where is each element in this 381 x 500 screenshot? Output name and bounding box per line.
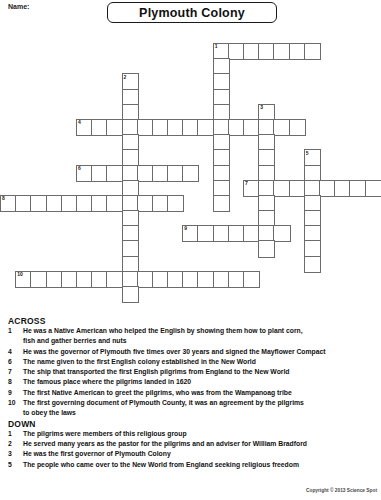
clue-text: The pilgrims were members of this religi… [23,429,380,439]
grid-cell-r3-c8[interactable] [123,90,138,105]
grid-cell-r2-c14[interactable] [214,74,229,89]
grid-cell-r6-c14[interactable] [214,135,229,150]
grid-cell-r4-c8[interactable] [123,105,138,120]
grid-cell-r1-c14[interactable] [214,59,229,74]
clue-text: The name given to the first English colo… [23,357,380,367]
grid-cell-r8-c9[interactable] [138,166,153,181]
grid-cell-r9-c8[interactable] [123,181,138,196]
down-heading: DOWN [8,419,380,429]
grid-cell-r7-c17[interactable] [259,150,274,165]
grid-cell-r10-c8[interactable] [123,196,138,211]
grid-cell-r8-c7[interactable] [107,166,122,181]
grid-cell-r15-c6[interactable] [92,272,107,287]
grid-cell-r5-c15[interactable] [229,120,244,135]
grid-cell-r10-c14[interactable] [214,196,229,211]
grid-cell-r8-c8[interactable] [123,166,138,181]
grid-cell-r10-c7[interactable] [107,196,122,211]
grid-cell-r10-c11[interactable] [168,196,183,211]
clue-number: 1 [8,429,23,439]
grid-cell-r13-c17[interactable] [259,241,274,256]
grid-cell-r13-c20[interactable] [305,241,320,256]
grid-cell-r12-c12[interactable]: 9 [183,226,198,241]
clue-number: 5 [8,460,23,470]
grid-cell-r0-c19[interactable] [290,44,305,59]
clue-number: 7 [8,367,23,377]
grid-cell-r10-c9[interactable] [138,196,153,211]
clue-text: He was the governor of Plymouth five tim… [23,347,380,357]
clue-text: He was the first governor of Plymouth Co… [23,449,380,459]
grid-cell-r14-c8[interactable] [123,257,138,272]
cell-clue-number: 8 [2,196,5,201]
cell-clue-number: 1 [215,44,218,49]
grid-cell-r15-c15[interactable] [229,272,244,287]
grid-cell-r15-c4[interactable] [62,272,77,287]
grid-cell-r5-c12[interactable] [183,120,198,135]
copyright-text: Copyright © 2013 Science Spot [306,488,377,493]
page-title: Plymouth Colony [139,6,245,20]
grid-cell-r5-c14[interactable] [214,120,229,135]
grid-cell-r0-c16[interactable] [244,44,259,59]
grid-cell-r5-c8[interactable] [123,120,138,135]
clue-across-9: 9The first Native American to greet the … [8,388,380,398]
clue-number: 2 [8,439,23,449]
grid-cell-r5-c17[interactable] [259,120,274,135]
grid-cell-r0-c15[interactable] [229,44,244,59]
grid-cell-r15-c11[interactable] [168,272,183,287]
grid-cell-r8-c6[interactable] [92,166,107,181]
cell-clue-number: 2 [124,75,127,80]
cell-clue-number: 5 [306,151,309,156]
grid-cell-r0-c17[interactable] [259,44,274,59]
cell-clue-number: 10 [17,272,23,277]
grid-cell-r15-c10[interactable] [153,272,168,287]
clue-across-7: 7The ship that transported the first Eng… [8,367,380,377]
grid-cell-r5-c16[interactable] [244,120,259,135]
clue-number: 4 [8,347,23,357]
clue-number: 10 [8,398,23,419]
grid-cell-r10-c5[interactable] [77,196,92,211]
grid-cell-r10-c0[interactable]: 8 [1,196,16,211]
across-clue-list: 1He was a Native American who helped the… [8,326,380,419]
grid-cell-r15-c7[interactable] [107,272,122,287]
down-clue-list: 1The pilgrims were members of this relig… [8,429,380,470]
grid-cell-r8-c14[interactable] [214,166,229,181]
grid-cell-r5-c10[interactable] [153,120,168,135]
grid-cell-r4-c17[interactable]: 3 [259,105,274,120]
clue-across-1: 1He was a Native American who helped the… [8,326,380,347]
grid-cell-r5-c18[interactable] [274,120,289,135]
grid-cell-r16-c8[interactable] [123,287,138,302]
grid-cell-r5-c5[interactable]: 4 [77,120,92,135]
grid-cell-r10-c2[interactable] [31,196,46,211]
clue-text: He was a Native American who helped the … [23,326,380,347]
cell-clue-number: 3 [260,105,263,110]
clue-number: 6 [8,357,23,367]
grid-cell-r5-c11[interactable] [168,120,183,135]
clue-across-6: 6The name given to the first English col… [8,357,380,367]
clue-text: The famous place where the pilgrims land… [23,377,380,387]
grid-cell-r6-c8[interactable] [123,135,138,150]
clue-down-3: 3He was the first governor of Plymouth C… [8,449,380,459]
grid-cell-r7-c14[interactable] [214,150,229,165]
grid-cell-r15-c1[interactable]: 10 [16,272,31,287]
grid-cell-r9-c16[interactable]: 7 [244,181,259,196]
grid-cell-r9-c18[interactable] [274,181,289,196]
grid-cell-r5-c6[interactable] [92,120,107,135]
grid-cell-r10-c20[interactable] [305,196,320,211]
crossword-grid: 12345678910 [1,44,381,302]
title-box: Plymouth Colony [107,2,277,23]
clue-text: The ship that transported the first Engl… [23,367,380,377]
grid-cell-r4-c14[interactable] [214,105,229,120]
grid-cell-r15-c16[interactable] [244,272,259,287]
clue-text: The first Native American to greet the p… [23,388,380,398]
grid-cell-r5-c13[interactable] [198,120,213,135]
grid-cell-r12-c16[interactable] [244,226,259,241]
grid-cell-r3-c14[interactable] [214,90,229,105]
clue-across-8: 8The famous place where the pilgrims lan… [8,377,380,387]
grid-cell-r0-c14[interactable]: 1 [214,44,229,59]
cell-clue-number: 6 [78,166,81,171]
grid-cell-r8-c11[interactable] [168,166,183,181]
grid-cell-r9-c24[interactable] [366,181,381,196]
clue-across-10: 10The first governing document of Plymou… [8,398,380,419]
grid-cell-r15-c3[interactable] [47,272,62,287]
clue-text: The first governing document of Plymouth… [23,398,380,419]
grid-cell-r10-c1[interactable] [16,196,31,211]
clues-section: ACROSS 1He was a Native American who hel… [8,316,380,470]
clue-number: 9 [8,388,23,398]
grid-cell-r10-c17[interactable] [259,196,274,211]
grid-cell-r15-c14[interactable] [214,272,229,287]
grid-cell-r9-c19[interactable] [290,181,305,196]
grid-cell-r8-c17[interactable] [259,166,274,181]
grid-cell-r12-c8[interactable] [123,226,138,241]
across-heading: ACROSS [8,316,380,326]
name-label: Name: [8,3,29,10]
grid-cell-r8-c10[interactable] [153,166,168,181]
grid-cell-r10-c3[interactable] [47,196,62,211]
grid-cell-r9-c20[interactable] [305,181,320,196]
grid-cell-r5-c19[interactable] [290,120,305,135]
grid-cell-r7-c8[interactable] [123,150,138,165]
grid-cell-r9-c21[interactable] [320,181,335,196]
clue-down-5: 5The people who came over to the New Wor… [8,460,380,470]
clue-down-1: 1The pilgrims were members of this relig… [8,429,380,439]
grid-cell-r12-c18[interactable] [274,226,289,241]
grid-cell-r10-c10[interactable] [153,196,168,211]
grid-cell-r10-c4[interactable] [62,196,77,211]
grid-cell-r15-c13[interactable] [198,272,213,287]
grid-cell-r15-c12[interactable] [183,272,198,287]
clue-number: 3 [8,449,23,459]
grid-cell-r15-c8[interactable] [123,272,138,287]
grid-cell-r9-c14[interactable] [214,181,229,196]
clue-text: The people who came over to the New Worl… [23,460,380,470]
clue-number: 1 [8,326,23,347]
grid-cell-r12-c20[interactable] [305,226,320,241]
clue-number: 8 [8,377,23,387]
grid-cell-r12-c17[interactable] [259,226,274,241]
grid-cell-r12-c14[interactable] [214,226,229,241]
grid-cell-r8-c12[interactable] [183,166,198,181]
grid-cell-r11-c17[interactable] [259,211,274,226]
grid-cell-r6-c17[interactable] [259,135,274,150]
grid-cell-r12-c13[interactable] [198,226,213,241]
grid-cell-r15-c5[interactable] [77,272,92,287]
clue-down-2: 2He served many years as the pastor for … [8,439,380,449]
grid-cell-r7-c20[interactable]: 5 [305,150,320,165]
grid-cell-r5-c7[interactable] [107,120,122,135]
grid-cell-r8-c20[interactable] [305,166,320,181]
grid-cell-r2-c8[interactable]: 2 [123,74,138,89]
grid-cell-r9-c22[interactable] [335,181,350,196]
grid-cell-r5-c9[interactable] [138,120,153,135]
grid-cell-r13-c8[interactable] [123,241,138,256]
cell-clue-number: 7 [245,181,248,186]
grid-cell-r14-c20[interactable] [305,257,320,272]
grid-cell-r0-c20[interactable] [305,44,320,59]
grid-cell-r9-c17[interactable] [259,181,274,196]
cell-clue-number: 4 [78,120,81,125]
clue-text: He served many years as the pastor for t… [23,439,380,449]
grid-cell-r11-c8[interactable] [123,211,138,226]
grid-cell-r15-c2[interactable] [31,272,46,287]
grid-cell-r0-c18[interactable] [274,44,289,59]
grid-cell-r8-c5[interactable]: 6 [77,166,92,181]
grid-cell-r9-c23[interactable] [350,181,365,196]
grid-cell-r15-c9[interactable] [138,272,153,287]
grid-cell-r12-c15[interactable] [229,226,244,241]
grid-cell-r10-c6[interactable] [92,196,107,211]
clue-across-4: 4He was the governor of Plymouth five ti… [8,347,380,357]
cell-clue-number: 9 [184,226,187,231]
grid-cell-r11-c20[interactable] [305,211,320,226]
